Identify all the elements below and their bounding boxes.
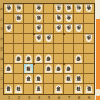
file-label: 8 bbox=[74, 95, 84, 100]
piece-kanji: 玉 bbox=[36, 87, 41, 92]
rank-label: 八 bbox=[0, 14, 3, 24]
shogi-piece[interactable]: 香 bbox=[85, 85, 93, 93]
board-square[interactable]: 金 bbox=[24, 74, 34, 84]
shogi-piece[interactable]: 金 bbox=[65, 14, 73, 22]
board-square[interactable]: 歩 bbox=[44, 34, 54, 44]
board-square[interactable]: 銀 bbox=[24, 64, 34, 74]
piece-kanji: 歩 bbox=[66, 67, 71, 72]
piece-kanji: 桂 bbox=[16, 6, 21, 11]
shogi-piece[interactable]: 歩 bbox=[85, 34, 93, 42]
board-square[interactable] bbox=[24, 14, 34, 24]
shogi-piece[interactable]: 歩 bbox=[65, 24, 73, 32]
piece-kanji: 歩 bbox=[36, 26, 41, 31]
rank-label: 九 bbox=[0, 4, 3, 14]
hoshi-dot bbox=[33, 33, 35, 35]
piece-kanji: 歩 bbox=[16, 57, 21, 62]
board-square[interactable] bbox=[44, 4, 54, 14]
board-square[interactable] bbox=[74, 64, 84, 74]
board-square[interactable] bbox=[14, 64, 24, 74]
piece-kanji: 歩 bbox=[36, 36, 41, 41]
shogi-piece[interactable]: 角 bbox=[35, 74, 43, 82]
board-square[interactable] bbox=[54, 44, 64, 54]
board-square[interactable]: 歩 bbox=[64, 24, 74, 34]
piece-kanji: 金 bbox=[26, 77, 31, 82]
board-square[interactable] bbox=[4, 44, 14, 54]
board-frame: 香桂金玉銀桂香飛銀角金歩歩歩歩歩歩歩歩歩歩歩歩歩歩銀歩歩歩金角銀飛香桂玉金桂香 bbox=[3, 3, 95, 95]
shogi-piece[interactable]: 香 bbox=[5, 4, 13, 12]
file-label: 4 bbox=[34, 95, 44, 100]
board-square[interactable]: 角 bbox=[34, 74, 44, 84]
shogi-piece[interactable]: 飛 bbox=[75, 74, 83, 82]
board-square[interactable]: 歩 bbox=[4, 64, 14, 74]
board-square[interactable]: 玉 bbox=[34, 84, 44, 94]
board-square[interactable] bbox=[4, 74, 14, 84]
board-square[interactable]: 銀 bbox=[64, 74, 74, 84]
piece-kanji: 歩 bbox=[26, 57, 31, 62]
shogi-piece[interactable]: 歩 bbox=[15, 54, 23, 62]
shogi-piece[interactable]: 歩 bbox=[65, 64, 73, 72]
piece-kanji: 銀 bbox=[66, 6, 71, 11]
board-square[interactable]: 銀 bbox=[34, 14, 44, 24]
rank-label: 二 bbox=[0, 74, 3, 84]
board-square[interactable] bbox=[84, 64, 94, 74]
shogi-app-screen: 香桂金玉銀桂香飛銀角金歩歩歩歩歩歩歩歩歩歩歩歩歩歩銀歩歩歩金角銀飛香桂玉金桂香 … bbox=[0, 0, 100, 100]
piece-kanji: 歩 bbox=[56, 67, 61, 72]
board-square[interactable] bbox=[84, 24, 94, 34]
shogi-piece[interactable]: 銀 bbox=[35, 14, 43, 22]
board-square[interactable] bbox=[4, 14, 14, 24]
piece-kanji: 香 bbox=[6, 6, 11, 11]
board-square[interactable] bbox=[24, 84, 34, 94]
board-square[interactable] bbox=[84, 54, 94, 64]
shogi-piece[interactable]: 歩 bbox=[45, 54, 53, 62]
file-label: 1 bbox=[4, 95, 14, 100]
rank-label: 四 bbox=[0, 54, 3, 64]
shogi-piece[interactable]: 歩 bbox=[35, 24, 43, 32]
piece-kanji: 桂 bbox=[76, 87, 81, 92]
board-square[interactable] bbox=[14, 34, 24, 44]
shogi-piece[interactable]: 金 bbox=[35, 4, 43, 12]
board-square[interactable]: 銀 bbox=[64, 4, 74, 14]
board-square[interactable]: 角 bbox=[54, 14, 64, 24]
shogi-piece[interactable]: 香 bbox=[85, 4, 93, 12]
piece-kanji: 歩 bbox=[66, 26, 71, 31]
board-square[interactable]: 香 bbox=[4, 84, 14, 94]
shogi-piece[interactable]: 歩 bbox=[5, 64, 13, 72]
board-square[interactable] bbox=[64, 34, 74, 44]
board-square[interactable]: 歩 bbox=[84, 34, 94, 44]
piece-kanji: 香 bbox=[87, 87, 92, 92]
piece-kanji: 金 bbox=[36, 6, 41, 11]
piece-kanji: 歩 bbox=[6, 26, 11, 31]
board-square[interactable]: 歩 bbox=[14, 54, 24, 64]
shogi-piece[interactable]: 桂 bbox=[15, 4, 23, 12]
board-square[interactable] bbox=[84, 44, 94, 54]
board-square[interactable]: 歩 bbox=[54, 64, 64, 74]
file-label: 6 bbox=[54, 95, 64, 100]
board-square[interactable]: 香 bbox=[4, 4, 14, 14]
piece-kanji: 飛 bbox=[76, 77, 81, 82]
piece-kanji: 香 bbox=[6, 87, 11, 92]
board-square[interactable] bbox=[64, 54, 74, 64]
shogi-piece[interactable]: 歩 bbox=[75, 24, 83, 32]
shogi-piece[interactable]: 歩 bbox=[35, 54, 43, 62]
shogi-piece[interactable]: 歩 bbox=[55, 64, 63, 72]
shogi-piece[interactable]: 歩 bbox=[55, 24, 63, 32]
board-square[interactable] bbox=[14, 24, 24, 34]
board-square[interactable]: 玉 bbox=[54, 4, 64, 14]
board-square[interactable] bbox=[84, 14, 94, 24]
shogi-piece[interactable]: 角 bbox=[55, 14, 63, 22]
board-square[interactable] bbox=[44, 74, 54, 84]
hoshi-dot bbox=[33, 63, 35, 65]
player-piece-icon bbox=[96, 89, 99, 96]
shogi-board[interactable]: 香桂金玉銀桂香飛銀角金歩歩歩歩歩歩歩歩歩歩歩歩歩歩銀歩歩歩金角銀飛香桂玉金桂香 bbox=[4, 4, 94, 94]
board-square[interactable] bbox=[74, 14, 84, 24]
shogi-piece[interactable]: 香 bbox=[5, 85, 13, 93]
shogi-piece[interactable]: 歩 bbox=[45, 34, 53, 42]
board-square[interactable] bbox=[74, 34, 84, 44]
board-square[interactable]: 歩 bbox=[64, 64, 74, 74]
board-square[interactable] bbox=[34, 44, 44, 54]
piece-kanji: 角 bbox=[36, 77, 41, 82]
piece-kanji: 桂 bbox=[16, 87, 21, 92]
board-square[interactable]: 桂 bbox=[74, 84, 84, 94]
rank-label: 五 bbox=[0, 44, 3, 54]
shogi-piece[interactable]: 歩 bbox=[45, 64, 53, 72]
board-square[interactable] bbox=[64, 84, 74, 94]
shogi-piece[interactable]: 桂 bbox=[75, 85, 83, 93]
shogi-piece[interactable]: 金 bbox=[55, 85, 63, 93]
file-label: 5 bbox=[44, 95, 54, 100]
piece-kanji: 銀 bbox=[26, 67, 31, 72]
shogi-piece[interactable]: 歩 bbox=[35, 34, 43, 42]
board-square[interactable]: 桂 bbox=[14, 84, 24, 94]
board-square[interactable] bbox=[44, 14, 54, 24]
shogi-piece[interactable]: 歩 bbox=[5, 24, 13, 32]
board-square[interactable]: 歩 bbox=[4, 24, 14, 34]
piece-kanji: 歩 bbox=[76, 26, 81, 31]
rank-label: 三 bbox=[0, 64, 3, 74]
board-square[interactable]: 香 bbox=[84, 4, 94, 14]
board-square[interactable] bbox=[4, 34, 14, 44]
board-square[interactable] bbox=[14, 74, 24, 84]
rank-label: 一 bbox=[0, 84, 3, 94]
shogi-piece[interactable]: 銀 bbox=[25, 64, 33, 72]
file-label: 7 bbox=[64, 95, 74, 100]
file-label: 2 bbox=[14, 95, 24, 100]
piece-kanji: 歩 bbox=[46, 36, 51, 41]
board-square[interactable] bbox=[24, 44, 34, 54]
board-square[interactable]: 歩 bbox=[44, 54, 54, 64]
piece-stand[interactable] bbox=[96, 19, 100, 100]
board-square[interactable] bbox=[24, 34, 34, 44]
piece-kanji: 香 bbox=[87, 6, 92, 11]
shogi-piece[interactable]: 玉 bbox=[55, 4, 63, 12]
piece-kanji: 銀 bbox=[66, 77, 71, 82]
board-square[interactable]: 歩 bbox=[34, 24, 44, 34]
board-square[interactable] bbox=[44, 84, 54, 94]
board-square[interactable] bbox=[4, 54, 14, 64]
board-square[interactable] bbox=[34, 64, 44, 74]
piece-kanji: 銀 bbox=[36, 16, 41, 21]
shogi-piece[interactable]: 桂 bbox=[15, 85, 23, 93]
file-label: 3 bbox=[24, 95, 34, 100]
board-square[interactable] bbox=[24, 4, 34, 14]
piece-kanji: 歩 bbox=[36, 57, 41, 62]
piece-kanji: 歩 bbox=[87, 36, 92, 41]
shogi-piece[interactable]: 銀 bbox=[65, 74, 73, 82]
board-square[interactable]: 歩 bbox=[74, 24, 84, 34]
piece-kanji: 金 bbox=[66, 16, 71, 21]
piece-kanji: 金 bbox=[56, 87, 61, 92]
piece-kanji: 桂 bbox=[76, 6, 81, 11]
board-square[interactable] bbox=[44, 24, 54, 34]
piece-kanji: 玉 bbox=[56, 6, 61, 11]
board-square[interactable] bbox=[74, 44, 84, 54]
shogi-piece[interactable]: 金 bbox=[25, 74, 33, 82]
board-square[interactable] bbox=[44, 44, 54, 54]
shogi-piece[interactable]: 飛 bbox=[15, 14, 23, 22]
board-square[interactable]: 金 bbox=[34, 4, 44, 14]
board-square[interactable]: 飛 bbox=[14, 14, 24, 24]
board-square[interactable]: 香 bbox=[84, 84, 94, 94]
board-square[interactable]: 桂 bbox=[14, 4, 24, 14]
board-square[interactable] bbox=[14, 44, 24, 54]
shogi-piece[interactable]: 歩 bbox=[75, 54, 83, 62]
board-square[interactable]: 金 bbox=[64, 14, 74, 24]
rank-label: 六 bbox=[0, 34, 3, 44]
piece-kanji: 角 bbox=[56, 16, 61, 21]
board-square[interactable] bbox=[84, 74, 94, 84]
board-square[interactable]: 歩 bbox=[34, 34, 44, 44]
shogi-piece[interactable]: 玉 bbox=[35, 85, 43, 93]
shogi-piece[interactable]: 歩 bbox=[25, 54, 33, 62]
board-square[interactable]: 飛 bbox=[74, 74, 84, 84]
shogi-piece[interactable]: 桂 bbox=[75, 4, 83, 12]
board-square[interactable] bbox=[64, 44, 74, 54]
hoshi-dot bbox=[63, 33, 65, 35]
board-square[interactable]: 歩 bbox=[44, 64, 54, 74]
piece-kanji: 歩 bbox=[76, 57, 81, 62]
piece-kanji: 歩 bbox=[56, 26, 61, 31]
file-label: 9 bbox=[84, 95, 94, 100]
piece-kanji: 歩 bbox=[46, 57, 51, 62]
rank-label: 七 bbox=[0, 24, 3, 34]
board-square[interactable] bbox=[54, 74, 64, 84]
shogi-piece[interactable]: 銀 bbox=[65, 4, 73, 12]
board-square[interactable] bbox=[54, 34, 64, 44]
piece-kanji: 歩 bbox=[6, 67, 11, 72]
piece-kanji: 飛 bbox=[16, 16, 21, 21]
board-square[interactable]: 歩 bbox=[34, 54, 44, 64]
hoshi-dot bbox=[63, 63, 65, 65]
board-square[interactable]: 歩 bbox=[74, 54, 84, 64]
board-square[interactable]: 金 bbox=[54, 84, 64, 94]
piece-kanji: 歩 bbox=[46, 67, 51, 72]
board-square[interactable]: 桂 bbox=[74, 4, 84, 14]
